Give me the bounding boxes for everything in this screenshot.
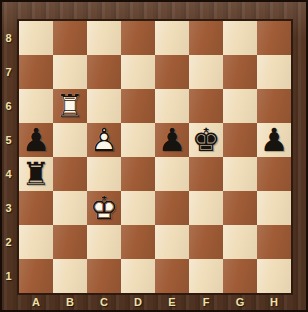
file-label-d: D (121, 293, 155, 312)
square-d4[interactable] (121, 157, 155, 191)
square-b2[interactable] (53, 225, 87, 259)
square-f8[interactable] (189, 21, 223, 55)
file-label-a: A (19, 293, 53, 312)
square-d1[interactable] (121, 259, 155, 293)
square-b3[interactable] (53, 191, 87, 225)
black-king-glyph: ♚ (189, 123, 223, 157)
square-b5[interactable] (53, 123, 87, 157)
square-d3[interactable] (121, 191, 155, 225)
square-e3[interactable] (155, 191, 189, 225)
square-e8[interactable] (155, 21, 189, 55)
square-f4[interactable] (189, 157, 223, 191)
square-d2[interactable] (121, 225, 155, 259)
black-pawn-glyph: ♟ (19, 123, 53, 157)
square-c2[interactable] (87, 225, 121, 259)
square-d5[interactable] (121, 123, 155, 157)
square-b6[interactable]: ♜♖ (53, 89, 87, 123)
square-g4[interactable] (223, 157, 257, 191)
square-d7[interactable] (121, 55, 155, 89)
square-a4[interactable]: ♜ (19, 157, 53, 191)
square-b4[interactable] (53, 157, 87, 191)
white-pawn-outline: ♙ (87, 123, 121, 157)
square-h6[interactable] (257, 89, 291, 123)
square-h8[interactable] (257, 21, 291, 55)
file-label-g: G (223, 293, 257, 312)
square-b8[interactable] (53, 21, 87, 55)
square-h4[interactable] (257, 157, 291, 191)
white-pawn[interactable]: ♟♙ (87, 123, 121, 157)
square-d8[interactable] (121, 21, 155, 55)
square-g3[interactable] (223, 191, 257, 225)
square-c1[interactable] (87, 259, 121, 293)
white-king[interactable]: ♚♔ (87, 191, 121, 225)
square-f6[interactable] (189, 89, 223, 123)
white-king-outline: ♔ (87, 191, 121, 225)
square-g7[interactable] (223, 55, 257, 89)
square-h1[interactable] (257, 259, 291, 293)
square-h7[interactable] (257, 55, 291, 89)
square-a7[interactable] (19, 55, 53, 89)
white-rook-outline: ♖ (53, 89, 87, 123)
black-pawn[interactable]: ♟ (19, 123, 53, 157)
file-label-f: F (189, 293, 223, 312)
black-rook-glyph: ♜ (19, 157, 53, 191)
square-e7[interactable] (155, 55, 189, 89)
square-f3[interactable] (189, 191, 223, 225)
square-e5[interactable]: ♟ (155, 123, 189, 157)
rank-label-5: 5 (0, 123, 17, 157)
square-g5[interactable] (223, 123, 257, 157)
rank-label-1: 1 (0, 259, 17, 293)
square-b7[interactable] (53, 55, 87, 89)
rank-label-2: 2 (0, 225, 17, 259)
black-pawn[interactable]: ♟ (155, 123, 189, 157)
square-c5[interactable]: ♟♙ (87, 123, 121, 157)
black-pawn-glyph: ♟ (257, 123, 291, 157)
square-g2[interactable] (223, 225, 257, 259)
square-g1[interactable] (223, 259, 257, 293)
square-f5[interactable]: ♚ (189, 123, 223, 157)
rank-label-8: 8 (0, 21, 17, 55)
square-a2[interactable] (19, 225, 53, 259)
square-f7[interactable] (189, 55, 223, 89)
square-c4[interactable] (87, 157, 121, 191)
square-a1[interactable] (19, 259, 53, 293)
black-pawn[interactable]: ♟ (257, 123, 291, 157)
square-e2[interactable] (155, 225, 189, 259)
square-h2[interactable] (257, 225, 291, 259)
rank-label-7: 7 (0, 55, 17, 89)
square-e4[interactable] (155, 157, 189, 191)
square-c8[interactable] (87, 21, 121, 55)
file-label-c: C (87, 293, 121, 312)
black-pawn-glyph: ♟ (155, 123, 189, 157)
square-a8[interactable] (19, 21, 53, 55)
square-e6[interactable] (155, 89, 189, 123)
square-h3[interactable] (257, 191, 291, 225)
square-f1[interactable] (189, 259, 223, 293)
chess-board: ♜♖♟♟♙♟♚♟♜♚♔ (17, 19, 293, 295)
square-c6[interactable] (87, 89, 121, 123)
file-label-e: E (155, 293, 189, 312)
square-g8[interactable] (223, 21, 257, 55)
square-h5[interactable]: ♟ (257, 123, 291, 157)
rank-label-4: 4 (0, 157, 17, 191)
square-f2[interactable] (189, 225, 223, 259)
chess-board-widget: ♜♖♟♟♙♟♚♟♜♚♔ 87654321ABCDEFGH (0, 0, 308, 312)
rank-label-3: 3 (0, 191, 17, 225)
square-c7[interactable] (87, 55, 121, 89)
square-b1[interactable] (53, 259, 87, 293)
square-e1[interactable] (155, 259, 189, 293)
square-g6[interactable] (223, 89, 257, 123)
rank-label-6: 6 (0, 89, 17, 123)
square-a3[interactable] (19, 191, 53, 225)
square-d6[interactable] (121, 89, 155, 123)
file-label-b: B (53, 293, 87, 312)
file-label-h: H (257, 293, 291, 312)
white-rook[interactable]: ♜♖ (53, 89, 87, 123)
black-rook[interactable]: ♜ (19, 157, 53, 191)
black-king[interactable]: ♚ (189, 123, 223, 157)
square-a6[interactable] (19, 89, 53, 123)
square-c3[interactable]: ♚♔ (87, 191, 121, 225)
square-a5[interactable]: ♟ (19, 123, 53, 157)
